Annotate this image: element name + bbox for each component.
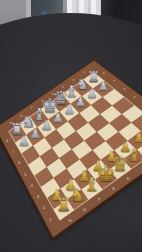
board-label-file-far-a: A xyxy=(83,71,85,74)
piece-silver-pawn-a7: ♟ xyxy=(98,78,109,93)
piece-silver-pawn-g7: ♟ xyxy=(29,125,41,141)
piece-silver-pawn-b7: ♟ xyxy=(86,86,97,101)
board-label-rank-far-6: 6 xyxy=(124,87,126,91)
piece-silver-pawn-d7: ♟ xyxy=(63,102,75,117)
board-label-file-g: G xyxy=(83,207,86,212)
piece-gold-rook-h1: ♜ xyxy=(55,194,71,215)
board-label-rank-7: 7 xyxy=(12,150,14,154)
piece-gold-bishop-f1: ♝ xyxy=(84,174,101,195)
board-label-file-d: D xyxy=(127,177,130,181)
piece-silver-pawn-c7: ♟ xyxy=(75,94,87,109)
photo-scene: H1H1G2G2F3F3E4E4D5D5C6C6B7B7A8A8♜♞♟♝♟♛♟♚… xyxy=(0,0,142,252)
board-label-rank-far-5: 5 xyxy=(134,95,136,99)
board-label-rank-1: 1 xyxy=(49,217,52,222)
piece-gold-knight-g1: ♞ xyxy=(70,184,86,205)
piece-silver-pawn-f7: ♟ xyxy=(41,117,53,133)
board-label-rank-far-7: 7 xyxy=(113,80,115,83)
board-label-rank-2: 2 xyxy=(43,205,46,210)
piece-silver-pawn-h7: ♟ xyxy=(18,133,30,149)
chessboard: H1H1G2G2F3F3E4E4D5D5C6C6B7B7A8A8♜♞♟♝♟♛♟♚… xyxy=(0,0,142,252)
board-label-file-h: H xyxy=(68,218,71,223)
board-label-rank-8: 8 xyxy=(6,139,8,143)
piece-silver-pawn-e7: ♟ xyxy=(52,110,64,125)
